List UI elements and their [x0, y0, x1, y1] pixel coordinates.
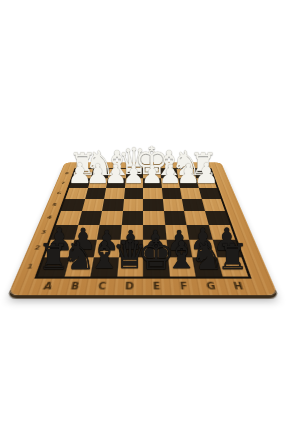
square-h4 — [205, 211, 230, 225]
square-c7 — [106, 178, 125, 188]
square-e8 — [143, 169, 161, 178]
file-label-a: A — [32, 282, 62, 292]
file-label-f: F — [170, 282, 199, 292]
square-h8 — [193, 169, 213, 178]
chess-set-product-photo: ABCDEFGH 12345678 ♜♞♝♛♚♝♞♜♟♟♟♟♟♟♟♟♟♟♟♟♟♟… — [0, 0, 287, 430]
square-f1 — [168, 257, 196, 277]
square-f3 — [165, 225, 189, 240]
square-h5 — [201, 199, 225, 211]
file-label-g: G — [197, 282, 226, 292]
square-d4 — [121, 211, 143, 225]
rank-label-7: 7 — [59, 178, 67, 188]
square-b1 — [64, 257, 94, 277]
square-b8 — [90, 169, 109, 178]
square-e4 — [143, 211, 165, 225]
square-d6 — [124, 188, 143, 199]
rank-label-2: 2 — [31, 240, 43, 257]
file-label-d: D — [115, 282, 143, 292]
square-f5 — [162, 199, 184, 211]
square-e3 — [143, 225, 166, 240]
square-e6 — [143, 188, 162, 199]
square-d3 — [120, 225, 143, 240]
rank-label-4: 4 — [44, 211, 54, 225]
square-d5 — [123, 199, 144, 211]
square-b6 — [85, 188, 106, 199]
file-label-b: B — [60, 282, 89, 292]
rank-label-3: 3 — [38, 225, 49, 240]
square-b4 — [78, 211, 102, 225]
square-h2 — [212, 240, 241, 257]
square-b2 — [69, 240, 97, 257]
square-e5 — [143, 199, 164, 211]
square-h3 — [208, 225, 235, 240]
square-b5 — [82, 199, 105, 211]
square-f2 — [166, 240, 192, 257]
square-c3 — [97, 225, 121, 240]
square-c2 — [94, 240, 120, 257]
square-c5 — [102, 199, 124, 211]
square-d2 — [118, 240, 143, 257]
square-e7 — [143, 178, 161, 188]
square-f4 — [164, 211, 187, 225]
square-e1 — [143, 257, 169, 277]
square-d8 — [125, 169, 143, 178]
square-b3 — [74, 225, 100, 240]
square-c1 — [90, 257, 118, 277]
square-b7 — [88, 178, 108, 188]
chess-board: ABCDEFGH 12345678 — [8, 162, 278, 295]
file-label-c: C — [88, 282, 117, 292]
square-f6 — [161, 188, 181, 199]
square-e2 — [143, 240, 168, 257]
square-f8 — [160, 169, 178, 178]
square-h1 — [217, 257, 249, 277]
square-f7 — [161, 178, 180, 188]
square-c4 — [100, 211, 123, 225]
square-c6 — [104, 188, 124, 199]
square-d7 — [125, 178, 143, 188]
square-h7 — [196, 178, 217, 188]
file-label-h: H — [223, 282, 253, 292]
square-h6 — [198, 188, 220, 199]
rank-label-6: 6 — [55, 188, 63, 199]
rank-label-1: 1 — [23, 257, 36, 277]
square-c8 — [108, 169, 126, 178]
square-d1 — [117, 257, 143, 277]
file-label-e: E — [143, 282, 171, 292]
rank-label-5: 5 — [50, 199, 59, 211]
file-labels: ABCDEFGH — [32, 280, 255, 293]
rank-label-8: 8 — [63, 169, 70, 178]
